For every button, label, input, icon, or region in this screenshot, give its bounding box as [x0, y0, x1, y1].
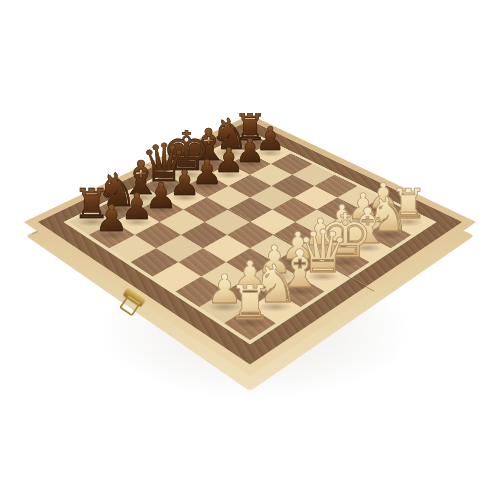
black-pawn-icon: ♟ [95, 201, 128, 238]
pieces-layer: ♜♞♝♛♚♝♞♜♟♟♟♟♟♟♟♟♟♟♟♟♟♟♟♟♜♞♝♛♚♝♞♜ [0, 0, 500, 500]
white-rook-icon: ♜ [229, 280, 271, 327]
product-photo: ♜♞♝♛♚♝♞♜♟♟♟♟♟♟♟♟♟♟♟♟♟♟♟♟♜♞♝♛♚♝♞♜ [0, 0, 500, 500]
